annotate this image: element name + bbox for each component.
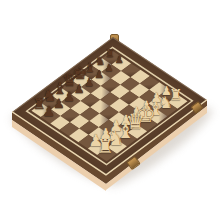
board-plane [12, 37, 207, 175]
chess-set-product-photo: ♜♟♟♜♞♟♟♞♝♟♟♝♚♟♟♚♛♟♟♛♝♟♟♝♞♟♟♞♜♟♟♜ [0, 0, 220, 220]
